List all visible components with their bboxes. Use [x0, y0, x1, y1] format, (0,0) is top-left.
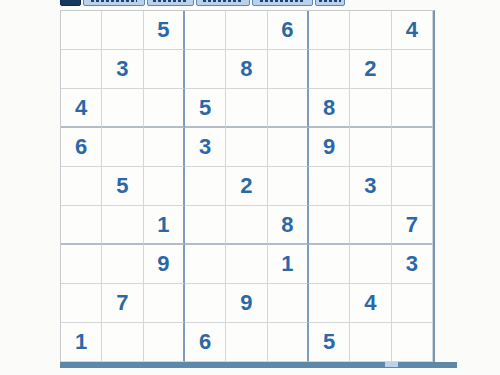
toolbar	[60, 0, 347, 6]
cell-r9c4-given[interactable]: 6	[185, 323, 226, 362]
cell-r3c4-given[interactable]: 5	[185, 89, 226, 128]
cell-r3c2-empty[interactable]	[102, 89, 143, 128]
cell-r6c6-given[interactable]: 8	[268, 206, 309, 245]
cell-r3c3-empty[interactable]	[144, 89, 185, 128]
cell-r5c5-given[interactable]: 2	[226, 167, 267, 206]
toolbar-button-label-clipped	[91, 0, 137, 2]
cell-r9c3-empty[interactable]	[144, 323, 185, 362]
cell-r4c4-given[interactable]: 3	[185, 128, 226, 167]
cell-r4c8-empty[interactable]	[350, 128, 391, 167]
cell-r5c3-empty[interactable]	[144, 167, 185, 206]
sudoku-applet-page: 564382458639523187913794165	[0, 0, 500, 375]
cell-r7c5-empty[interactable]	[226, 245, 267, 284]
cell-r8c4-empty[interactable]	[185, 284, 226, 323]
cell-r4c5-empty[interactable]	[226, 128, 267, 167]
cell-r9c8-empty[interactable]	[350, 323, 391, 362]
cell-r2c1-empty[interactable]	[61, 50, 102, 89]
cell-r8c3-empty[interactable]	[144, 284, 185, 323]
cell-r6c7-empty[interactable]	[309, 206, 350, 245]
cell-r7c8-empty[interactable]	[350, 245, 391, 284]
cell-r8c9-empty[interactable]	[392, 284, 433, 323]
toolbar-button-label-clipped	[260, 0, 305, 2]
cell-r8c6-empty[interactable]	[268, 284, 309, 323]
cell-r1c2-empty[interactable]	[102, 11, 143, 50]
toolbar-button-2[interactable]	[83, 0, 145, 6]
toolbar-button-1[interactable]	[60, 0, 81, 6]
cell-r3c8-empty[interactable]	[350, 89, 391, 128]
cell-r1c3-given[interactable]: 5	[144, 11, 185, 50]
cell-r6c1-empty[interactable]	[61, 206, 102, 245]
cell-r7c4-empty[interactable]	[185, 245, 226, 284]
toolbar-button-5[interactable]	[252, 0, 313, 6]
cell-r9c7-given[interactable]: 5	[309, 323, 350, 362]
cell-r4c6-empty[interactable]	[268, 128, 309, 167]
cell-r8c7-empty[interactable]	[309, 284, 350, 323]
cell-r3c1-given[interactable]: 4	[61, 89, 102, 128]
toolbar-button-4[interactable]	[196, 0, 250, 6]
cell-r4c7-given[interactable]: 9	[309, 128, 350, 167]
cell-r7c9-given[interactable]: 3	[392, 245, 433, 284]
bottom-frame-bar	[60, 362, 457, 368]
cell-r1c8-empty[interactable]	[350, 11, 391, 50]
cell-r7c7-empty[interactable]	[309, 245, 350, 284]
cell-r6c8-empty[interactable]	[350, 206, 391, 245]
cell-r5c4-empty[interactable]	[185, 167, 226, 206]
cell-r7c1-empty[interactable]	[61, 245, 102, 284]
toolbar-button-label-clipped	[319, 0, 340, 2]
cell-r5c1-empty[interactable]	[61, 167, 102, 206]
cell-r6c2-empty[interactable]	[102, 206, 143, 245]
bottom-bar-notch	[385, 362, 398, 367]
cell-r4c1-given[interactable]: 6	[61, 128, 102, 167]
cell-r7c3-given[interactable]: 9	[144, 245, 185, 284]
cell-r9c9-empty[interactable]	[392, 323, 433, 362]
cell-r5c2-given[interactable]: 5	[102, 167, 143, 206]
cell-r1c5-empty[interactable]	[226, 11, 267, 50]
cell-r2c5-given[interactable]: 8	[226, 50, 267, 89]
cell-r7c6-given[interactable]: 1	[268, 245, 309, 284]
cell-r2c7-empty[interactable]	[309, 50, 350, 89]
cell-r9c1-given[interactable]: 1	[61, 323, 102, 362]
cell-r3c7-given[interactable]: 8	[309, 89, 350, 128]
toolbar-button-label-clipped	[153, 0, 187, 2]
cell-r3c9-empty[interactable]	[392, 89, 433, 128]
cell-r8c2-given[interactable]: 7	[102, 284, 143, 323]
cell-r4c9-empty[interactable]	[392, 128, 433, 167]
cell-r8c5-given[interactable]: 9	[226, 284, 267, 323]
cell-r5c7-empty[interactable]	[309, 167, 350, 206]
cell-r1c4-empty[interactable]	[185, 11, 226, 50]
cell-r4c2-empty[interactable]	[102, 128, 143, 167]
cell-r5c8-given[interactable]: 3	[350, 167, 391, 206]
cell-r1c7-empty[interactable]	[309, 11, 350, 50]
cell-r5c6-empty[interactable]	[268, 167, 309, 206]
cell-r2c3-empty[interactable]	[144, 50, 185, 89]
cell-r1c1-empty[interactable]	[61, 11, 102, 50]
cell-r8c8-given[interactable]: 4	[350, 284, 391, 323]
cell-r3c5-empty[interactable]	[226, 89, 267, 128]
cell-r1c6-given[interactable]: 6	[268, 11, 309, 50]
cell-r9c2-empty[interactable]	[102, 323, 143, 362]
toolbar-button-label-clipped	[203, 0, 243, 2]
cell-r9c5-empty[interactable]	[226, 323, 267, 362]
cell-r4c3-empty[interactable]	[144, 128, 185, 167]
cell-r6c3-given[interactable]: 1	[144, 206, 185, 245]
toolbar-button-6[interactable]	[315, 0, 345, 6]
cell-r6c4-empty[interactable]	[185, 206, 226, 245]
cell-r2c6-empty[interactable]	[268, 50, 309, 89]
cell-r2c9-empty[interactable]	[392, 50, 433, 89]
sudoku-board: 564382458639523187913794165	[60, 10, 435, 362]
cell-r1c9-given[interactable]: 4	[392, 11, 433, 50]
cell-r2c4-empty[interactable]	[185, 50, 226, 89]
cell-r7c2-empty[interactable]	[102, 245, 143, 284]
cell-r8c1-empty[interactable]	[61, 284, 102, 323]
cell-r5c9-empty[interactable]	[392, 167, 433, 206]
cell-r6c9-given[interactable]: 7	[392, 206, 433, 245]
cell-r9c6-empty[interactable]	[268, 323, 309, 362]
cell-r3c6-empty[interactable]	[268, 89, 309, 128]
toolbar-button-3[interactable]	[147, 0, 194, 6]
cell-r2c2-given[interactable]: 3	[102, 50, 143, 89]
cell-r2c8-given[interactable]: 2	[350, 50, 391, 89]
cell-r6c5-empty[interactable]	[226, 206, 267, 245]
